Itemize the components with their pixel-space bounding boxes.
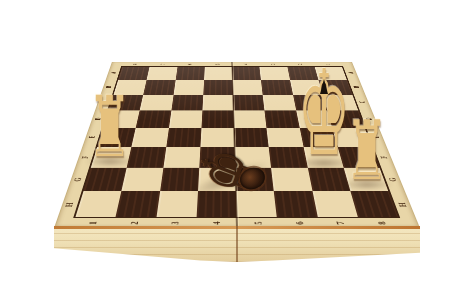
square-b3[interactable]: [173, 80, 204, 94]
near-rank-label-2: 2: [128, 221, 140, 224]
square-d3[interactable]: [169, 110, 203, 127]
near-rank-label-5: 5: [252, 221, 263, 224]
far-rank-label-6: 6: [188, 64, 193, 65]
piece-white-rook-g8[interactable]: ♜: [326, 110, 408, 192]
square-a4[interactable]: [204, 67, 233, 80]
board-front-face: [54, 226, 420, 262]
square-b5[interactable]: [233, 80, 263, 94]
chessboard-scene: 1827364554637281AABBCCDDEEFFGGHH ♜ ♚ ♜ ♚: [0, 0, 450, 300]
left-file-label-A: A: [110, 72, 117, 74]
far-rank-label-4: 4: [243, 64, 248, 65]
near-rank-label-7: 7: [334, 221, 346, 224]
square-d5[interactable]: [233, 110, 266, 127]
front-face-fold-seam: [236, 226, 238, 262]
piece-white-rook-f1[interactable]: ♜: [68, 85, 152, 169]
near-rank-label-3: 3: [169, 221, 180, 224]
square-a2[interactable]: [147, 67, 177, 80]
square-h1[interactable]: [75, 191, 121, 217]
square-a3[interactable]: [175, 67, 204, 80]
left-file-label-G: G: [73, 178, 83, 182]
square-b4[interactable]: [203, 80, 233, 94]
square-c4[interactable]: [202, 95, 233, 111]
right-file-label-H: H: [397, 202, 408, 206]
near-rank-label-4: 4: [211, 221, 222, 224]
near-rank-label-6: 6: [293, 221, 304, 224]
white-rook-glyph: ♜: [88, 85, 132, 169]
far-rank-label-5: 5: [216, 64, 221, 65]
far-rank-label-8: 8: [133, 64, 139, 65]
square-c5[interactable]: [233, 95, 265, 111]
square-c3[interactable]: [171, 95, 203, 111]
square-a5[interactable]: [232, 67, 261, 80]
far-rank-label-7: 7: [160, 64, 165, 65]
white-rook-glyph: ♜: [346, 110, 389, 192]
square-h2[interactable]: [116, 191, 160, 217]
square-h6[interactable]: [274, 191, 317, 217]
left-file-label-H: H: [64, 202, 75, 206]
near-rank-label-8: 8: [375, 221, 387, 224]
square-d4[interactable]: [201, 110, 234, 127]
near-rank-label-1: 1: [86, 221, 98, 224]
